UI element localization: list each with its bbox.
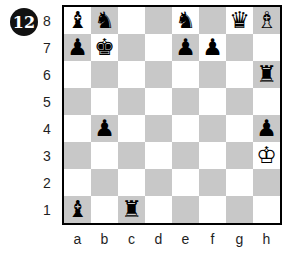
square-c2: [118, 169, 145, 196]
square-a1: ♝: [64, 196, 91, 223]
square-c1: ♜: [118, 196, 145, 223]
square-e5: [172, 88, 199, 115]
square-b7: ♚: [91, 34, 118, 61]
piece-black-knight-b8: ♞: [94, 7, 115, 34]
square-c6: [118, 61, 145, 88]
square-e3: [172, 142, 199, 169]
square-g2: [226, 169, 253, 196]
square-c4: [118, 115, 145, 142]
piece-black-queen-g8: ♛: [229, 7, 250, 34]
square-h3: ♔: [253, 142, 280, 169]
square-a5: [64, 88, 91, 115]
file-label-e: e: [172, 229, 199, 249]
square-h2: [253, 169, 280, 196]
square-e4: [172, 115, 199, 142]
square-d1: [145, 196, 172, 223]
file-label-g: g: [226, 229, 253, 249]
rank-label-1: 1: [38, 196, 56, 223]
square-e7: ♟: [172, 34, 199, 61]
square-h1: [253, 196, 280, 223]
square-f5: [199, 88, 226, 115]
square-f1: [199, 196, 226, 223]
square-b1: [91, 196, 118, 223]
square-b3: [91, 142, 118, 169]
square-b5: [91, 88, 118, 115]
rank-label-2: 2: [38, 169, 56, 196]
square-b2: [91, 169, 118, 196]
rank-label-3: 3: [38, 142, 56, 169]
square-f7: ♟: [199, 34, 226, 61]
piece-black-rook-h6: ♜: [256, 61, 277, 88]
file-label-a: a: [64, 229, 91, 249]
square-g5: [226, 88, 253, 115]
rank-label-8: 8: [38, 7, 56, 34]
square-a2: [64, 169, 91, 196]
square-b8: ♞: [91, 7, 118, 34]
square-b4: ♟: [91, 115, 118, 142]
square-d7: [145, 34, 172, 61]
square-f2: [199, 169, 226, 196]
rank-label-5: 5: [38, 88, 56, 115]
square-d6: [145, 61, 172, 88]
piece-black-bishop-a1: ♝: [67, 196, 88, 223]
rank-labels: 87654321: [38, 7, 56, 223]
piece-black-pawn-b4: ♟: [94, 115, 115, 142]
square-b6: [91, 61, 118, 88]
piece-white-king-h3: ♔: [256, 142, 277, 169]
puzzle-number-badge: 12: [10, 8, 38, 36]
rank-label-7: 7: [38, 34, 56, 61]
square-h4: ♟: [253, 115, 280, 142]
piece-black-knight-e8: ♞: [175, 7, 196, 34]
square-f3: [199, 142, 226, 169]
chess-board: ♝♞♞♛♗♟♚♟♟♜♟♟♔♝♜: [62, 5, 282, 225]
file-labels: abcdefgh: [64, 229, 280, 249]
file-label-f: f: [199, 229, 226, 249]
file-label-c: c: [118, 229, 145, 249]
square-g7: [226, 34, 253, 61]
square-c3: [118, 142, 145, 169]
square-e8: ♞: [172, 7, 199, 34]
square-a8: ♝: [64, 7, 91, 34]
square-d8: [145, 7, 172, 34]
square-a4: [64, 115, 91, 142]
square-g6: [226, 61, 253, 88]
piece-white-bishop-h8: ♗: [256, 7, 277, 34]
piece-black-king-b7: ♚: [94, 34, 115, 61]
square-d2: [145, 169, 172, 196]
piece-black-bishop-a8: ♝: [67, 7, 88, 34]
piece-black-pawn-f7: ♟: [202, 34, 223, 61]
square-c5: [118, 88, 145, 115]
file-label-h: h: [253, 229, 280, 249]
square-h5: [253, 88, 280, 115]
square-e6: [172, 61, 199, 88]
square-a7: ♟: [64, 34, 91, 61]
square-e2: [172, 169, 199, 196]
piece-black-pawn-a7: ♟: [67, 34, 88, 61]
square-g4: [226, 115, 253, 142]
square-g8: ♛: [226, 7, 253, 34]
rank-label-4: 4: [38, 115, 56, 142]
square-d4: [145, 115, 172, 142]
square-h8: ♗: [253, 7, 280, 34]
square-c7: [118, 34, 145, 61]
square-a3: [64, 142, 91, 169]
square-c8: [118, 7, 145, 34]
file-label-d: d: [145, 229, 172, 249]
square-h7: [253, 34, 280, 61]
piece-black-pawn-h4: ♟: [256, 115, 277, 142]
piece-black-rook-c1: ♜: [121, 196, 142, 223]
file-label-b: b: [91, 229, 118, 249]
square-f6: [199, 61, 226, 88]
square-f8: [199, 7, 226, 34]
square-g3: [226, 142, 253, 169]
square-h6: ♜: [253, 61, 280, 88]
rank-label-6: 6: [38, 61, 56, 88]
square-a6: [64, 61, 91, 88]
square-f4: [199, 115, 226, 142]
square-g1: [226, 196, 253, 223]
square-d5: [145, 88, 172, 115]
square-d3: [145, 142, 172, 169]
square-e1: [172, 196, 199, 223]
piece-black-pawn-e7: ♟: [175, 34, 196, 61]
